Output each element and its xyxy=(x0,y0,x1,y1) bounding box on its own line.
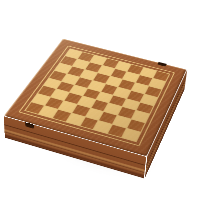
scene xyxy=(0,0,200,200)
finger-notch-back-icon xyxy=(157,62,166,66)
chess-box xyxy=(4,49,185,168)
product-photo xyxy=(0,0,200,200)
